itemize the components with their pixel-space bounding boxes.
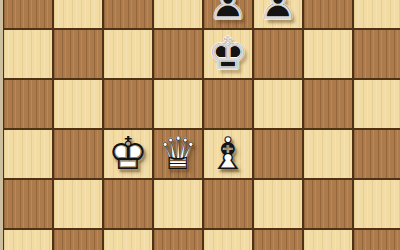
square-b6 [53,29,103,79]
square-d3 [153,179,203,229]
square-h2 [353,229,400,250]
square-g6 [303,29,353,79]
square-e3 [203,179,253,229]
square-e2 [203,229,253,250]
square-e7 [203,0,253,29]
square-h4 [353,129,400,179]
square-d2 [153,229,203,250]
square-c4 [103,129,153,179]
chess-diagram: ♟♙♟♙♚♔♚♔♛♕♝♗ [0,0,400,250]
square-f4 [253,129,303,179]
square-c6 [103,29,153,79]
square-g5 [303,79,353,129]
square-c2 [103,229,153,250]
square-h5 [353,79,400,129]
square-b4 [53,129,103,179]
square-c3 [103,179,153,229]
square-a5 [3,79,53,129]
square-c7 [103,0,153,29]
square-d6 [153,29,203,79]
square-f5 [253,79,303,129]
square-g3 [303,179,353,229]
chess-board [3,0,400,250]
square-a7 [3,0,53,29]
square-g2 [303,229,353,250]
square-b5 [53,79,103,129]
square-d4 [153,129,203,179]
square-d7 [153,0,203,29]
square-d5 [153,79,203,129]
square-g4 [303,129,353,179]
square-f2 [253,229,303,250]
square-e5 [203,79,253,129]
square-b3 [53,179,103,229]
square-f3 [253,179,303,229]
square-f7 [253,0,303,29]
square-h3 [353,179,400,229]
square-a3 [3,179,53,229]
square-c5 [103,79,153,129]
square-b7 [53,0,103,29]
square-g7 [303,0,353,29]
square-h7 [353,0,400,29]
square-h6 [353,29,400,79]
square-a2 [3,229,53,250]
square-e4 [203,129,253,179]
square-f6 [253,29,303,79]
square-b2 [53,229,103,250]
square-a4 [3,129,53,179]
square-e6 [203,29,253,79]
square-a6 [3,29,53,79]
